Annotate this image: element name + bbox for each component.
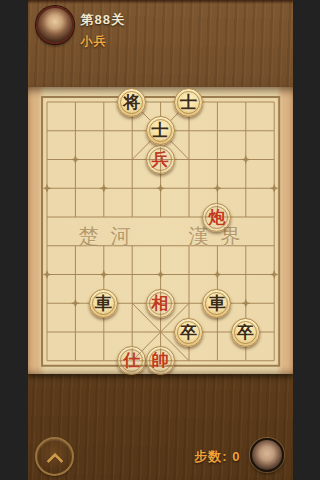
level-info: 第88关 小兵 (81, 11, 125, 50)
piece-black-卒[interactable]: 卒 (231, 318, 260, 347)
piece-glyph: 士 (152, 122, 169, 139)
piece-glyph: 将 (123, 94, 140, 111)
steps-label: 步数: (194, 449, 227, 464)
opponent-avatar[interactable] (36, 6, 74, 44)
collapse-button[interactable] (35, 437, 74, 476)
step-counter: 步数: 0 (194, 448, 240, 466)
piece-glyph: 車 (95, 295, 112, 312)
piece-black-車[interactable]: 車 (202, 289, 231, 318)
piece-glyph: 炮 (208, 209, 225, 226)
piece-glyph: 帥 (152, 352, 169, 369)
piece-black-士[interactable]: 士 (174, 88, 203, 117)
piece-red-兵[interactable]: 兵 (146, 145, 175, 174)
opponent-name: 小兵 (81, 33, 125, 50)
piece-glyph: 兵 (152, 151, 169, 168)
piece-glyph: 車 (208, 295, 225, 312)
piece-glyph: 士 (180, 94, 197, 111)
piece-glyph: 卒 (180, 324, 197, 341)
piece-black-卒[interactable]: 卒 (174, 318, 203, 347)
chevron-up-icon (46, 453, 63, 470)
piece-red-帥[interactable]: 帥 (146, 346, 175, 375)
header: 第88关 小兵 (28, 0, 293, 87)
xiangqi-board[interactable]: 楚河 漢界 将士士兵炮車相車卒卒仕帥 (28, 87, 293, 374)
piece-glyph: 相 (152, 295, 169, 312)
app-screen: 第88关 小兵 楚河 漢界 将士士兵炮車相車卒卒仕帥 步数: 0 (28, 0, 293, 480)
piece-glyph: 卒 (237, 324, 254, 341)
steps-value: 0 (232, 449, 240, 464)
level-label: 第88关 (81, 11, 125, 29)
piece-black-将[interactable]: 将 (117, 88, 146, 117)
piece-black-士[interactable]: 士 (146, 116, 175, 145)
piece-red-相[interactable]: 相 (146, 289, 175, 318)
piece-red-炮[interactable]: 炮 (202, 203, 231, 232)
piece-glyph: 仕 (123, 352, 140, 369)
player-avatar[interactable] (250, 438, 284, 472)
footer: 步数: 0 (28, 420, 293, 480)
piece-black-車[interactable]: 車 (89, 289, 118, 318)
